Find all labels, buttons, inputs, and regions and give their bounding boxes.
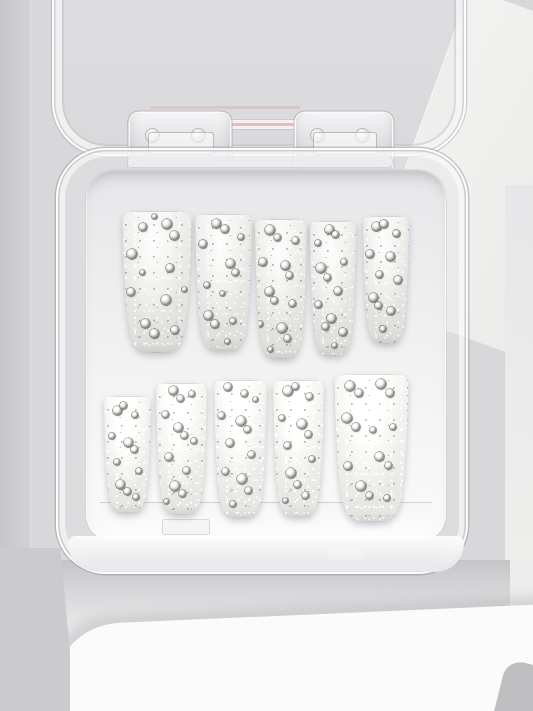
rhinestone <box>315 240 321 246</box>
rhinestone <box>161 295 171 305</box>
rhinestone <box>286 272 293 279</box>
rhinestone <box>356 481 366 491</box>
nail-surface <box>121 211 193 353</box>
rhinestone <box>332 231 339 238</box>
rhinestone <box>139 223 147 231</box>
rhinestone <box>344 462 352 470</box>
rhinestone <box>324 274 331 281</box>
nail-surface <box>333 374 410 522</box>
rhinestone <box>241 390 248 397</box>
rhinestone <box>114 459 120 465</box>
rhinestone <box>221 225 229 233</box>
press-on-nail-top-1 <box>121 211 193 353</box>
rhinestone <box>226 259 235 268</box>
rhinestone <box>279 415 285 421</box>
press-on-nail-bottom-2 <box>155 383 208 515</box>
press-on-nail-top-2 <box>194 214 253 351</box>
rhinestone <box>315 301 322 308</box>
rhinestone <box>345 381 355 391</box>
rhinestone <box>181 432 188 439</box>
rhinestone <box>162 411 169 418</box>
rhinestone <box>150 329 159 338</box>
rhinestone <box>334 287 342 295</box>
rhinestone <box>393 230 400 237</box>
rhinestone <box>124 488 131 495</box>
rhinestone <box>162 219 172 229</box>
rhinestone <box>152 214 157 219</box>
rhinestone <box>253 397 258 402</box>
rhinestone <box>133 494 139 500</box>
rhinestone <box>189 391 195 397</box>
rhinestone <box>390 424 396 430</box>
rhinestone <box>218 412 225 419</box>
rhinestone <box>341 259 347 265</box>
rhinestone <box>232 269 239 276</box>
press-on-nail-top-5 <box>362 216 410 344</box>
press-on-nail-top-3 <box>254 219 308 359</box>
rhinestone <box>265 225 275 235</box>
rhinestone <box>322 323 329 330</box>
rhinestone <box>170 231 179 240</box>
press-on-nail-top-4 <box>309 221 357 356</box>
case-front-wall <box>68 536 464 572</box>
rhinestone <box>366 250 374 258</box>
rhinestone <box>204 282 210 288</box>
nail-surface <box>272 380 325 517</box>
rhinestone <box>116 480 125 489</box>
rhinestone <box>342 413 352 423</box>
rhinestone <box>306 393 313 400</box>
rhinestone <box>366 492 373 499</box>
rhinestone <box>271 297 278 304</box>
rhinestone <box>376 379 386 389</box>
rhinestone <box>297 419 307 429</box>
rhinestone <box>385 462 392 469</box>
rhinestone <box>355 389 363 397</box>
nail-surface <box>103 396 152 513</box>
rhinestone <box>204 311 213 320</box>
rhinestone <box>384 495 390 501</box>
rhinestone <box>387 307 395 315</box>
rhinestone <box>274 234 281 241</box>
rhinestone <box>369 293 378 302</box>
rhinestone <box>292 237 299 244</box>
nail-surface <box>213 380 268 518</box>
rhinestone <box>164 499 169 504</box>
rhinestone <box>141 319 150 328</box>
rhinestone <box>120 402 127 409</box>
rhinestone <box>248 451 255 458</box>
rhinestone <box>236 416 246 426</box>
rhinestone <box>284 442 291 449</box>
rhinestone <box>257 321 263 327</box>
rhinestone <box>199 240 207 248</box>
rhinestone <box>224 383 232 391</box>
rhinestone <box>245 487 252 494</box>
rhinestone <box>191 438 197 444</box>
rhinestone <box>179 490 186 497</box>
rhinestone <box>109 433 115 439</box>
nail-surface <box>254 219 308 359</box>
rhinestone <box>226 439 234 447</box>
rhinestone <box>352 423 360 431</box>
rhinestone <box>370 427 376 433</box>
rhinestone <box>230 318 236 324</box>
rhinestone <box>212 219 221 228</box>
rhinestone <box>289 300 296 307</box>
rhinestone <box>136 468 142 474</box>
rhinestone <box>237 474 247 484</box>
rhinestone <box>305 431 312 438</box>
rhinestone <box>327 314 336 323</box>
rhinestone <box>339 328 347 336</box>
rhinestone <box>230 501 236 507</box>
rhinestone <box>386 252 395 261</box>
rhinestone <box>165 453 173 461</box>
rhinestone <box>131 446 138 453</box>
photo-scene <box>0 0 533 711</box>
rhinestone <box>294 481 301 488</box>
nail-surface <box>362 216 410 344</box>
rhinestone <box>127 288 135 296</box>
rhinestone <box>169 386 178 395</box>
rhinestone <box>170 481 180 491</box>
rhinestone <box>277 323 287 333</box>
rhinestone <box>281 261 290 270</box>
rhinestone <box>292 383 299 390</box>
rhinestone <box>182 287 187 292</box>
rhinestone <box>238 234 244 240</box>
rhinestone <box>316 263 326 273</box>
rhinestone <box>140 270 145 275</box>
rhinestone <box>222 468 229 475</box>
press-on-nail-bottom-5 <box>333 374 410 522</box>
rhinestone <box>259 258 267 266</box>
rhinestone <box>183 467 190 474</box>
rhinestone <box>394 276 402 284</box>
rhinestone <box>309 456 315 462</box>
rhinestone <box>286 468 296 478</box>
rhinestone <box>386 389 394 397</box>
rhinestone <box>132 412 138 418</box>
rhinestone <box>376 271 383 278</box>
rhinestone <box>244 426 251 433</box>
nails-layer <box>0 0 533 711</box>
rhinestone <box>166 264 174 272</box>
rhinestone <box>375 452 384 461</box>
rhinestone <box>380 326 386 332</box>
rhinestone <box>211 320 219 328</box>
rhinestone <box>302 492 309 499</box>
rhinestone <box>174 423 183 432</box>
press-on-nail-bottom-4 <box>272 380 325 517</box>
rhinestone <box>284 335 291 342</box>
rhinestone <box>268 347 273 352</box>
rhinestone <box>380 220 388 228</box>
rhinestone <box>177 395 184 402</box>
rhinestone <box>375 302 382 309</box>
rhinestone <box>283 498 288 503</box>
rhinestone <box>225 339 230 344</box>
rhinestone <box>127 249 137 259</box>
press-on-nail-bottom-3 <box>213 380 268 518</box>
rhinestone <box>171 326 179 334</box>
rhinestone <box>332 343 337 348</box>
nail-surface <box>194 214 253 351</box>
nail-surface <box>155 383 208 515</box>
rhinestone <box>220 291 225 296</box>
press-on-nail-bottom-1 <box>103 396 152 513</box>
nail-surface <box>309 221 357 356</box>
rhinestone <box>265 287 274 296</box>
